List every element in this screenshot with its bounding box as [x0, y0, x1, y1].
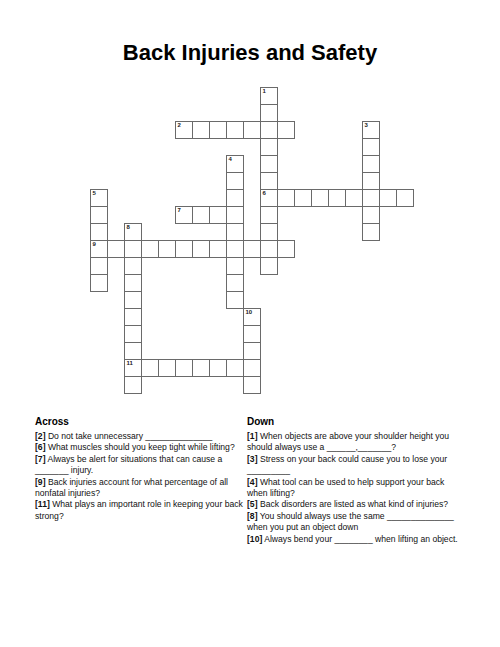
grid-cell-r9c2[interactable]: [124, 240, 142, 258]
cell-number-9: 9: [93, 241, 96, 248]
down-clue-1: [1] When objects are above your shoulder…: [247, 431, 466, 454]
grid-cell-r16c3[interactable]: [141, 359, 159, 377]
grid-cell-r6c0[interactable]: 5: [90, 189, 108, 207]
grid-cell-r3c10[interactable]: [260, 138, 278, 156]
grid-cell-r16c7[interactable]: [209, 359, 227, 377]
down-clue-4: [4] What tool can be used to help suppor…: [247, 477, 466, 500]
clue-number: [8]: [247, 511, 258, 521]
grid-cell-r7c8[interactable]: [226, 206, 244, 224]
down-clue-10: [10] Always bend your ________ when lift…: [247, 534, 466, 545]
grid-cell-r9c3[interactable]: [141, 240, 159, 258]
across-clue-6: [6] What muscles should you keep tight w…: [35, 442, 244, 453]
grid-cell-r2c11[interactable]: [277, 121, 295, 139]
grid-cell-r4c8[interactable]: 4: [226, 155, 244, 173]
cell-number-1: 1: [263, 88, 266, 95]
grid-cell-r12c2[interactable]: [124, 291, 142, 309]
grid-cell-r8c8[interactable]: [226, 223, 244, 241]
grid-cell-r13c9[interactable]: 10: [243, 308, 261, 326]
grid-cell-r15c2[interactable]: [124, 342, 142, 360]
down-heading: Down: [247, 416, 466, 427]
grid-cell-r9c9[interactable]: [243, 240, 261, 258]
cell-number-4: 4: [229, 156, 232, 163]
clue-number: [4]: [247, 477, 258, 487]
grid-cell-r8c2[interactable]: 8: [124, 223, 142, 241]
grid-cell-r2c5[interactable]: 2: [175, 121, 193, 139]
clue-number: [9]: [35, 477, 46, 487]
grid-cell-r10c8[interactable]: [226, 257, 244, 275]
grid-cell-r2c6[interactable]: [192, 121, 210, 139]
grid-cell-r6c17[interactable]: [379, 189, 397, 207]
grid-cell-r6c11[interactable]: [277, 189, 295, 207]
puzzle-title: Back Injuries and Safety: [0, 40, 500, 66]
cell-number-6: 6: [263, 190, 266, 197]
cell-number-3: 3: [365, 122, 368, 129]
grid-cell-r7c10[interactable]: [260, 206, 278, 224]
grid-cell-r9c10[interactable]: [260, 240, 278, 258]
grid-cell-r6c12[interactable]: [294, 189, 312, 207]
grid-cell-r9c5[interactable]: [175, 240, 193, 258]
grid-cell-r7c16[interactable]: [362, 206, 380, 224]
grid-cell-r16c8[interactable]: [226, 359, 244, 377]
grid-cell-r16c4[interactable]: [158, 359, 176, 377]
grid-cell-r8c0[interactable]: [90, 223, 108, 241]
grid-cell-r6c14[interactable]: [328, 189, 346, 207]
grid-cell-r9c4[interactable]: [158, 240, 176, 258]
cell-number-11: 11: [127, 360, 133, 367]
grid-cell-r9c8[interactable]: [226, 240, 244, 258]
grid-cell-r0c10[interactable]: 1: [260, 87, 278, 105]
down-clue-8: [8] You should always use the same _____…: [247, 511, 466, 534]
clue-number: [6]: [35, 442, 46, 452]
grid-cell-r6c8[interactable]: [226, 189, 244, 207]
grid-cell-r16c6[interactable]: [192, 359, 210, 377]
cell-number-2: 2: [178, 122, 181, 129]
grid-cell-r7c7[interactable]: [209, 206, 227, 224]
down-clue-3: [3] Stress on your back could cause you …: [247, 454, 466, 477]
crossword-grid: 1234567891011: [90, 87, 415, 395]
grid-cell-r16c9[interactable]: [243, 359, 261, 377]
grid-cell-r10c10[interactable]: [260, 257, 278, 275]
grid-cell-r10c0[interactable]: [90, 257, 108, 275]
down-clue-5: [5] Back disorders are listed as what ki…: [247, 499, 466, 510]
grid-cell-r9c7[interactable]: [209, 240, 227, 258]
grid-cell-r1c10[interactable]: [260, 104, 278, 122]
across-clue-7: [7] Always be alert for situations that …: [35, 454, 244, 477]
grid-cell-r13c2[interactable]: [124, 308, 142, 326]
grid-cell-r2c9[interactable]: [243, 121, 261, 139]
clue-number: [11]: [35, 499, 50, 509]
grid-cell-r6c16[interactable]: [362, 189, 380, 207]
grid-cell-r7c6[interactable]: [192, 206, 210, 224]
across-clue-2: [2] Do not take unnecessary ____________…: [35, 431, 244, 442]
grid-cell-r4c16[interactable]: [362, 155, 380, 173]
grid-cell-r2c10[interactable]: [260, 121, 278, 139]
grid-cell-r6c15[interactable]: [345, 189, 363, 207]
grid-cell-r14c9[interactable]: [243, 325, 261, 343]
grid-cell-r14c2[interactable]: [124, 325, 142, 343]
clue-number: [7]: [35, 454, 46, 464]
grid-cell-r9c6[interactable]: [192, 240, 210, 258]
clue-number: [3]: [247, 454, 258, 464]
crossword-worksheet: Back Injuries and Safety 1234567891011 A…: [0, 0, 500, 647]
grid-cell-r6c18[interactable]: [396, 189, 414, 207]
grid-cell-r5c8[interactable]: [226, 172, 244, 190]
grid-cell-r12c8[interactable]: [226, 291, 244, 309]
grid-cell-r16c5[interactable]: [175, 359, 193, 377]
grid-cell-r11c2[interactable]: [124, 274, 142, 292]
cell-number-5: 5: [93, 190, 96, 197]
grid-cell-r5c10[interactable]: [260, 172, 278, 190]
down-clue-list: Down [1] When objects are above your sho…: [247, 416, 466, 545]
clue-number: [2]: [35, 431, 46, 441]
grid-cell-r8c10[interactable]: [260, 223, 278, 241]
cell-number-7: 7: [178, 207, 181, 214]
grid-cell-r10c2[interactable]: [124, 257, 142, 275]
grid-cell-r3c16[interactable]: [362, 138, 380, 156]
grid-cell-r9c1[interactable]: [107, 240, 125, 258]
across-clue-9: [9] Back injuries account for what perce…: [35, 477, 244, 500]
grid-cell-r11c0[interactable]: [90, 274, 108, 292]
grid-cell-r9c11[interactable]: [277, 240, 295, 258]
grid-cell-r8c16[interactable]: [362, 223, 380, 241]
grid-cell-r2c8[interactable]: [226, 121, 244, 139]
grid-cell-r7c5[interactable]: 7: [175, 206, 193, 224]
clue-number: [1]: [247, 431, 258, 441]
across-heading: Across: [35, 416, 244, 427]
across-clue-11: [11] What plays an important role in kee…: [35, 499, 244, 522]
grid-cell-r2c7[interactable]: [209, 121, 227, 139]
grid-cell-r16c2[interactable]: 11: [124, 359, 142, 377]
grid-cell-r17c2[interactable]: [124, 376, 142, 394]
clue-number: [10]: [247, 534, 262, 544]
cell-number-10: 10: [246, 309, 253, 316]
grid-cell-r11c8[interactable]: [226, 274, 244, 292]
grid-cell-r2c16[interactable]: 3: [362, 121, 380, 139]
grid-cell-r15c9[interactable]: [243, 342, 261, 360]
grid-cell-r17c9[interactable]: [243, 376, 261, 394]
grid-cell-r6c10[interactable]: 6: [260, 189, 278, 207]
grid-cell-r9c0[interactable]: 9: [90, 240, 108, 258]
grid-cell-r6c13[interactable]: [311, 189, 329, 207]
grid-cell-r5c16[interactable]: [362, 172, 380, 190]
grid-cell-r4c10[interactable]: [260, 155, 278, 173]
across-clue-list: Across [2] Do not take unnecessary _____…: [35, 416, 244, 522]
clue-number: [5]: [247, 499, 258, 509]
grid-cell-r7c0[interactable]: [90, 206, 108, 224]
cell-number-8: 8: [127, 224, 130, 231]
